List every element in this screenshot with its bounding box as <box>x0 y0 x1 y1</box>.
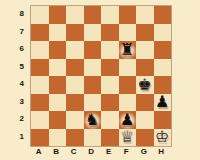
square-f5[interactable] <box>119 59 137 77</box>
square-f3[interactable] <box>119 94 137 112</box>
square-f8[interactable] <box>119 6 137 24</box>
black-knight[interactable]: ♞ <box>84 111 102 129</box>
rank-label-5: 5 <box>13 58 27 76</box>
file-label-d: D <box>83 145 101 158</box>
square-b1[interactable] <box>49 129 67 147</box>
square-c4[interactable] <box>66 76 84 94</box>
rank-label-6: 6 <box>13 40 27 58</box>
square-d4[interactable] <box>84 76 102 94</box>
black-pawn[interactable]: ♟ <box>154 94 172 112</box>
square-e8[interactable] <box>101 6 119 24</box>
square-a3[interactable] <box>31 94 49 112</box>
square-d8[interactable] <box>84 6 102 24</box>
square-g8[interactable] <box>136 6 154 24</box>
square-f2[interactable]: ♟ <box>119 111 137 129</box>
square-b6[interactable] <box>49 41 67 59</box>
square-e6[interactable] <box>101 41 119 59</box>
square-a2[interactable] <box>31 111 49 129</box>
file-label-f: F <box>118 145 136 158</box>
square-g5[interactable] <box>136 59 154 77</box>
square-h6[interactable] <box>154 41 172 59</box>
square-e5[interactable] <box>101 59 119 77</box>
black-king[interactable]: ♚ <box>136 76 154 94</box>
rank-label-3: 3 <box>13 93 27 111</box>
square-d3[interactable] <box>84 94 102 112</box>
square-a8[interactable] <box>31 6 49 24</box>
square-f7[interactable] <box>119 24 137 42</box>
square-a6[interactable] <box>31 41 49 59</box>
square-e7[interactable] <box>101 24 119 42</box>
black-pawn[interactable]: ♟ <box>119 111 137 129</box>
square-g2[interactable] <box>136 111 154 129</box>
chess-diagram: 87654321 ♜♚♟♞♟♕♔ ABCDEFGH <box>0 0 200 160</box>
square-d5[interactable] <box>84 59 102 77</box>
square-g4[interactable]: ♚ <box>136 76 154 94</box>
rank-label-2: 2 <box>13 110 27 128</box>
rank-label-7: 7 <box>13 23 27 41</box>
rank-label-1: 1 <box>13 128 27 146</box>
file-label-g: G <box>135 145 153 158</box>
square-c7[interactable] <box>66 24 84 42</box>
square-f1[interactable]: ♕ <box>119 129 137 147</box>
chess-board: ♜♚♟♞♟♕♔ <box>30 5 172 147</box>
square-h7[interactable] <box>154 24 172 42</box>
square-e2[interactable] <box>101 111 119 129</box>
square-h3[interactable]: ♟ <box>154 94 172 112</box>
square-h4[interactable] <box>154 76 172 94</box>
square-d6[interactable] <box>84 41 102 59</box>
square-e3[interactable] <box>101 94 119 112</box>
square-f4[interactable] <box>119 76 137 94</box>
file-labels: ABCDEFGH <box>30 145 170 158</box>
file-label-h: H <box>153 145 171 158</box>
square-b4[interactable] <box>49 76 67 94</box>
square-f6[interactable]: ♜ <box>119 41 137 59</box>
file-label-c: C <box>65 145 83 158</box>
square-b8[interactable] <box>49 6 67 24</box>
square-g6[interactable] <box>136 41 154 59</box>
square-e4[interactable] <box>101 76 119 94</box>
square-h8[interactable] <box>154 6 172 24</box>
square-c5[interactable] <box>66 59 84 77</box>
white-queen[interactable]: ♕ <box>119 129 137 147</box>
square-c2[interactable] <box>66 111 84 129</box>
square-c6[interactable] <box>66 41 84 59</box>
white-king[interactable]: ♔ <box>154 129 172 147</box>
square-d7[interactable] <box>84 24 102 42</box>
square-b5[interactable] <box>49 59 67 77</box>
rank-labels: 87654321 <box>13 5 27 145</box>
square-a5[interactable] <box>31 59 49 77</box>
file-label-b: B <box>48 145 66 158</box>
square-g7[interactable] <box>136 24 154 42</box>
file-label-a: A <box>30 145 48 158</box>
square-a1[interactable] <box>31 129 49 147</box>
rank-label-8: 8 <box>13 5 27 23</box>
black-rook[interactable]: ♜ <box>119 41 137 59</box>
square-c1[interactable] <box>66 129 84 147</box>
square-h5[interactable] <box>154 59 172 77</box>
square-c8[interactable] <box>66 6 84 24</box>
square-e1[interactable] <box>101 129 119 147</box>
square-h2[interactable] <box>154 111 172 129</box>
square-h1[interactable]: ♔ <box>154 129 172 147</box>
square-d2[interactable]: ♞ <box>84 111 102 129</box>
file-label-e: E <box>100 145 118 158</box>
square-b2[interactable] <box>49 111 67 129</box>
rank-label-4: 4 <box>13 75 27 93</box>
square-a4[interactable] <box>31 76 49 94</box>
square-b7[interactable] <box>49 24 67 42</box>
square-a7[interactable] <box>31 24 49 42</box>
square-g3[interactable] <box>136 94 154 112</box>
square-d1[interactable] <box>84 129 102 147</box>
square-b3[interactable] <box>49 94 67 112</box>
square-c3[interactable] <box>66 94 84 112</box>
square-g1[interactable] <box>136 129 154 147</box>
